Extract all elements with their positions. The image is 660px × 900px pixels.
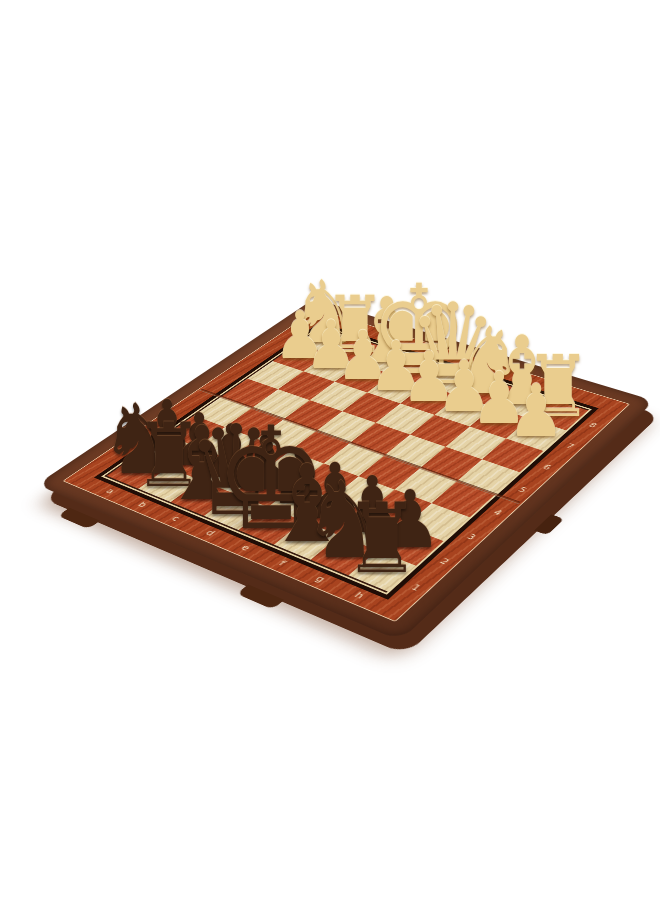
chess-board: abcdefgh 87654321 <box>37 299 655 641</box>
board-inner-outline <box>94 322 599 599</box>
board-frame: abcdefgh 87654321 <box>37 299 655 641</box>
chess-set-product-photo: abcdefgh 87654321 ♞♜♝♚♛♞♝♜♟♟♟♟♟♟♟♟♟♟♟♟♟♟… <box>0 0 660 900</box>
board-clasp <box>534 514 564 535</box>
board-border: abcdefgh 87654321 <box>63 309 631 622</box>
board-foot <box>58 508 100 529</box>
